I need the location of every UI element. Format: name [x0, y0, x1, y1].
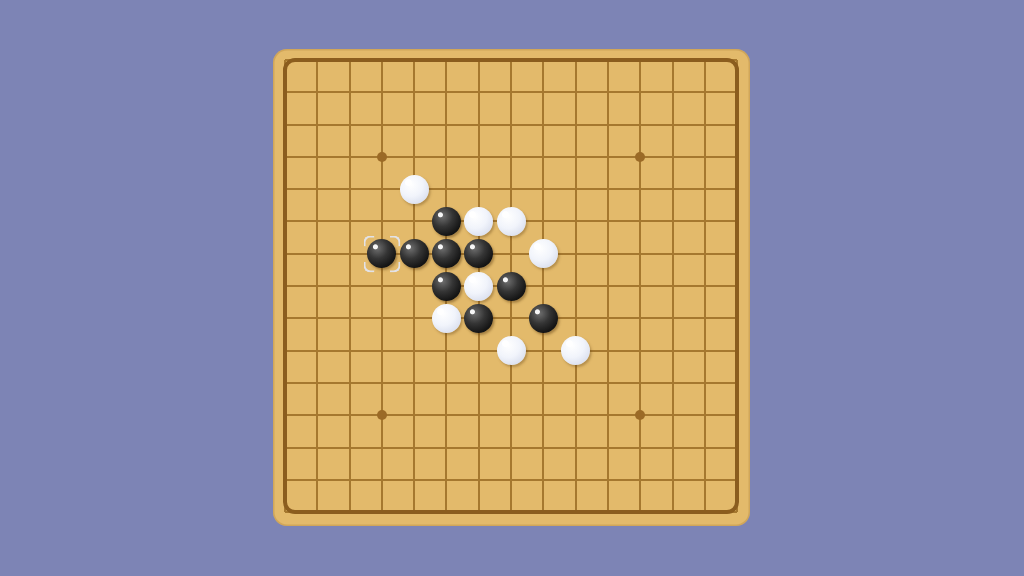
- intersection[interactable]: [495, 76, 527, 108]
- black-stone: [529, 304, 558, 333]
- intersection[interactable]: [269, 76, 301, 108]
- intersection[interactable]: [495, 367, 527, 399]
- intersection[interactable]: [656, 399, 688, 431]
- intersection[interactable]: [301, 464, 333, 496]
- intersection[interactable]: [463, 173, 495, 205]
- intersection[interactable]: [463, 76, 495, 108]
- intersection[interactable]: [398, 496, 430, 528]
- intersection[interactable]: [527, 238, 559, 270]
- intersection[interactable]: [721, 464, 753, 496]
- intersection[interactable]: [527, 431, 559, 463]
- intersection[interactable]: [560, 399, 592, 431]
- intersection[interactable]: [656, 496, 688, 528]
- white-stone: [464, 272, 493, 301]
- intersection[interactable]: [333, 141, 365, 173]
- intersection[interactable]: [495, 108, 527, 140]
- intersection[interactable]: [527, 173, 559, 205]
- intersection[interactable]: [269, 335, 301, 367]
- intersection[interactable]: [398, 302, 430, 334]
- intersection[interactable]: [430, 399, 462, 431]
- intersection[interactable]: [366, 108, 398, 140]
- intersection[interactable]: [592, 496, 624, 528]
- intersection[interactable]: [269, 173, 301, 205]
- intersection[interactable]: [333, 431, 365, 463]
- intersection[interactable]: [269, 270, 301, 302]
- intersection[interactable]: [463, 399, 495, 431]
- intersection[interactable]: [560, 44, 592, 76]
- white-stone: [497, 336, 526, 365]
- intersection[interactable]: [624, 173, 656, 205]
- intersection[interactable]: [333, 173, 365, 205]
- intersection[interactable]: [656, 238, 688, 270]
- intersection[interactable]: [592, 238, 624, 270]
- intersection[interactable]: [366, 173, 398, 205]
- white-stone: [464, 207, 493, 236]
- intersection[interactable]: [333, 76, 365, 108]
- intersection[interactable]: [721, 335, 753, 367]
- intersection[interactable]: [656, 44, 688, 76]
- intersection[interactable]: [495, 205, 527, 237]
- intersection[interactable]: [560, 431, 592, 463]
- intersection[interactable]: [269, 431, 301, 463]
- intersection[interactable]: [333, 496, 365, 528]
- intersection[interactable]: [398, 205, 430, 237]
- intersection[interactable]: [624, 302, 656, 334]
- intersection[interactable]: [721, 44, 753, 76]
- intersection[interactable]: [592, 76, 624, 108]
- black-stone: [464, 239, 493, 268]
- intersection[interactable]: [269, 205, 301, 237]
- background: [0, 0, 1024, 576]
- intersection[interactable]: [721, 270, 753, 302]
- intersection[interactable]: [301, 270, 333, 302]
- intersection[interactable]: [430, 431, 462, 463]
- intersection[interactable]: [301, 141, 333, 173]
- intersection[interactable]: [366, 76, 398, 108]
- black-stone: [497, 272, 526, 301]
- black-stone: [464, 304, 493, 333]
- intersection[interactable]: [624, 270, 656, 302]
- intersection[interactable]: [689, 76, 721, 108]
- intersection[interactable]: [592, 431, 624, 463]
- intersection[interactable]: [560, 496, 592, 528]
- white-stone: [497, 207, 526, 236]
- intersection[interactable]: [689, 496, 721, 528]
- intersection[interactable]: [495, 431, 527, 463]
- intersection[interactable]: [398, 76, 430, 108]
- intersection[interactable]: [301, 173, 333, 205]
- intersection[interactable]: [560, 205, 592, 237]
- intersection[interactable]: [333, 367, 365, 399]
- intersection[interactable]: [398, 141, 430, 173]
- intersection[interactable]: [333, 108, 365, 140]
- intersection[interactable]: [656, 335, 688, 367]
- intersection[interactable]: [495, 141, 527, 173]
- intersection[interactable]: [269, 141, 301, 173]
- intersection[interactable]: [463, 464, 495, 496]
- intersection[interactable]: [398, 367, 430, 399]
- intersection[interactable]: [689, 108, 721, 140]
- intersection[interactable]: [430, 108, 462, 140]
- intersection[interactable]: [301, 496, 333, 528]
- intersection[interactable]: [560, 270, 592, 302]
- intersection[interactable]: [689, 367, 721, 399]
- intersection[interactable]: [495, 270, 527, 302]
- intersection[interactable]: [366, 399, 398, 431]
- intersection[interactable]: [656, 141, 688, 173]
- intersection[interactable]: [430, 76, 462, 108]
- intersection[interactable]: [592, 335, 624, 367]
- intersection[interactable]: [269, 108, 301, 140]
- intersection[interactable]: [624, 335, 656, 367]
- intersection[interactable]: [495, 399, 527, 431]
- intersection[interactable]: [463, 141, 495, 173]
- intersection[interactable]: [721, 205, 753, 237]
- intersection[interactable]: [689, 431, 721, 463]
- intersection[interactable]: [301, 108, 333, 140]
- intersection[interactable]: [624, 108, 656, 140]
- intersection[interactable]: [495, 496, 527, 528]
- intersection[interactable]: [527, 335, 559, 367]
- intersection[interactable]: [495, 302, 527, 334]
- intersection[interactable]: [398, 173, 430, 205]
- intersection[interactable]: [592, 399, 624, 431]
- intersection[interactable]: [592, 44, 624, 76]
- black-stone: [432, 272, 461, 301]
- intersection[interactable]: [333, 44, 365, 76]
- intersection[interactable]: [301, 205, 333, 237]
- intersection[interactable]: [430, 335, 462, 367]
- intersection[interactable]: [560, 367, 592, 399]
- intersection[interactable]: [656, 270, 688, 302]
- intersection[interactable]: [560, 76, 592, 108]
- intersection[interactable]: [592, 108, 624, 140]
- intersection[interactable]: [398, 108, 430, 140]
- intersection[interactable]: [269, 367, 301, 399]
- intersection[interactable]: [656, 108, 688, 140]
- intersection[interactable]: [656, 76, 688, 108]
- intersection[interactable]: [656, 464, 688, 496]
- intersection[interactable]: [269, 238, 301, 270]
- intersection[interactable]: [398, 399, 430, 431]
- intersection[interactable]: [366, 335, 398, 367]
- intersection[interactable]: [398, 335, 430, 367]
- intersection[interactable]: [689, 141, 721, 173]
- intersection[interactable]: [333, 302, 365, 334]
- intersection[interactable]: [398, 431, 430, 463]
- intersection[interactable]: [366, 464, 398, 496]
- intersection[interactable]: [366, 302, 398, 334]
- intersection[interactable]: [430, 141, 462, 173]
- intersection[interactable]: [527, 44, 559, 76]
- intersection[interactable]: [463, 302, 495, 334]
- intersection[interactable]: [463, 270, 495, 302]
- intersection[interactable]: [656, 173, 688, 205]
- intersection[interactable]: [463, 496, 495, 528]
- intersection[interactable]: [721, 399, 753, 431]
- intersection[interactable]: [301, 76, 333, 108]
- intersection[interactable]: [398, 270, 430, 302]
- intersection[interactable]: [366, 205, 398, 237]
- intersection[interactable]: [592, 270, 624, 302]
- intersection[interactable]: [560, 173, 592, 205]
- intersection[interactable]: [463, 44, 495, 76]
- intersection[interactable]: [269, 399, 301, 431]
- intersection[interactable]: [721, 367, 753, 399]
- intersection[interactable]: [430, 464, 462, 496]
- intersection[interactable]: [495, 464, 527, 496]
- intersection[interactable]: [592, 205, 624, 237]
- black-stone: [367, 239, 396, 268]
- intersection[interactable]: [269, 302, 301, 334]
- intersection[interactable]: [301, 367, 333, 399]
- intersection[interactable]: [592, 367, 624, 399]
- intersection[interactable]: [527, 141, 559, 173]
- intersection[interactable]: [721, 238, 753, 270]
- intersection[interactable]: [721, 173, 753, 205]
- intersection[interactable]: [527, 76, 559, 108]
- intersection[interactable]: [527, 108, 559, 140]
- intersection[interactable]: [592, 302, 624, 334]
- intersection[interactable]: [301, 44, 333, 76]
- intersection[interactable]: [624, 431, 656, 463]
- intersection[interactable]: [333, 335, 365, 367]
- intersection[interactable]: [721, 108, 753, 140]
- intersection[interactable]: [269, 496, 301, 528]
- intersection[interactable]: [269, 44, 301, 76]
- black-stone: [400, 239, 429, 268]
- intersection[interactable]: [592, 141, 624, 173]
- intersection[interactable]: [366, 270, 398, 302]
- intersection[interactable]: [624, 464, 656, 496]
- intersection[interactable]: [560, 141, 592, 173]
- intersection[interactable]: [366, 367, 398, 399]
- intersection[interactable]: [527, 464, 559, 496]
- intersection[interactable]: [366, 141, 398, 173]
- intersection[interactable]: [656, 205, 688, 237]
- intersection[interactable]: [430, 44, 462, 76]
- intersection[interactable]: [689, 205, 721, 237]
- intersection[interactable]: [624, 496, 656, 528]
- intersection[interactable]: [721, 141, 753, 173]
- intersection[interactable]: [527, 270, 559, 302]
- intersection[interactable]: [463, 335, 495, 367]
- intersection[interactable]: [463, 238, 495, 270]
- intersection[interactable]: [366, 496, 398, 528]
- intersection[interactable]: [592, 464, 624, 496]
- intersection[interactable]: [495, 173, 527, 205]
- intersection[interactable]: [689, 464, 721, 496]
- intersection[interactable]: [430, 302, 462, 334]
- intersection[interactable]: [333, 238, 365, 270]
- intersection[interactable]: [721, 496, 753, 528]
- intersection[interactable]: [656, 302, 688, 334]
- intersection[interactable]: [527, 367, 559, 399]
- white-stone: [561, 336, 590, 365]
- intersection[interactable]: [430, 238, 462, 270]
- intersection[interactable]: [366, 431, 398, 463]
- intersection[interactable]: [527, 302, 559, 334]
- intersection[interactable]: [624, 238, 656, 270]
- intersection[interactable]: [624, 44, 656, 76]
- intersection[interactable]: [624, 76, 656, 108]
- black-stone: [432, 239, 461, 268]
- intersection[interactable]: [689, 399, 721, 431]
- intersection[interactable]: [430, 270, 462, 302]
- goban-board: [273, 49, 750, 526]
- intersection[interactable]: [398, 44, 430, 76]
- intersection[interactable]: [366, 44, 398, 76]
- intersection[interactable]: [624, 141, 656, 173]
- intersection[interactable]: [398, 238, 430, 270]
- intersection[interactable]: [398, 464, 430, 496]
- intersection[interactable]: [624, 205, 656, 237]
- intersection[interactable]: [463, 205, 495, 237]
- intersection[interactable]: [430, 367, 462, 399]
- intersection[interactable]: [689, 238, 721, 270]
- intersection[interactable]: [560, 238, 592, 270]
- intersection[interactable]: [689, 302, 721, 334]
- intersection[interactable]: [527, 496, 559, 528]
- intersection[interactable]: [301, 335, 333, 367]
- intersection[interactable]: [463, 108, 495, 140]
- intersection[interactable]: [721, 431, 753, 463]
- intersection[interactable]: [689, 270, 721, 302]
- intersection[interactable]: [495, 44, 527, 76]
- intersection[interactable]: [301, 399, 333, 431]
- intersection[interactable]: [495, 238, 527, 270]
- intersection[interactable]: [656, 367, 688, 399]
- intersection[interactable]: [301, 302, 333, 334]
- intersection[interactable]: [463, 367, 495, 399]
- intersection[interactable]: [527, 399, 559, 431]
- intersection[interactable]: [301, 431, 333, 463]
- intersection[interactable]: [624, 399, 656, 431]
- black-stone: [432, 207, 461, 236]
- intersection[interactable]: [624, 367, 656, 399]
- intersection[interactable]: [689, 335, 721, 367]
- intersection[interactable]: [689, 44, 721, 76]
- intersection[interactable]: [301, 238, 333, 270]
- white-stone: [400, 175, 429, 204]
- intersection[interactable]: [560, 464, 592, 496]
- intersection[interactable]: [560, 335, 592, 367]
- intersection[interactable]: [269, 464, 301, 496]
- intersection[interactable]: [495, 335, 527, 367]
- intersection[interactable]: [430, 205, 462, 237]
- intersection[interactable]: [689, 173, 721, 205]
- intersection[interactable]: [560, 108, 592, 140]
- intersection[interactable]: [721, 76, 753, 108]
- white-stone: [529, 239, 558, 268]
- intersection[interactable]: [333, 270, 365, 302]
- stone-grid: [269, 44, 753, 528]
- intersection[interactable]: [721, 302, 753, 334]
- intersection[interactable]: [463, 431, 495, 463]
- intersection[interactable]: [430, 173, 462, 205]
- intersection[interactable]: [333, 205, 365, 237]
- intersection[interactable]: [430, 496, 462, 528]
- intersection[interactable]: [333, 464, 365, 496]
- intersection[interactable]: [656, 431, 688, 463]
- intersection[interactable]: [527, 205, 559, 237]
- intersection[interactable]: [592, 173, 624, 205]
- intersection[interactable]: [333, 399, 365, 431]
- white-stone: [432, 304, 461, 333]
- intersection[interactable]: [366, 238, 398, 270]
- intersection[interactable]: [560, 302, 592, 334]
